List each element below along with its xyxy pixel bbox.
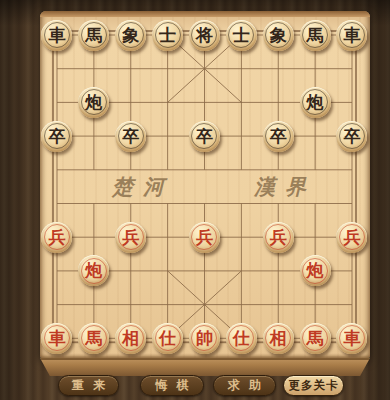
piece-red-elephant[interactable]: 相 <box>115 323 146 354</box>
piece-red-chariot[interactable]: 車 <box>41 323 72 354</box>
piece-glyph: 仕 <box>233 329 250 346</box>
piece-black-soldier[interactable]: 卒 <box>189 121 220 152</box>
piece-glyph: 兵 <box>270 228 287 245</box>
piece-glyph: 士 <box>233 26 250 43</box>
piece-red-elephant[interactable]: 相 <box>263 323 294 354</box>
piece-glyph: 士 <box>159 26 176 43</box>
piece-glyph: 兵 <box>48 228 65 245</box>
piece-black-chariot[interactable]: 車 <box>41 20 72 51</box>
piece-glyph: 車 <box>343 329 360 346</box>
piece-layer: 車馬象士将士象馬車炮炮卒卒卒卒卒兵兵兵兵兵炮炮車馬相仕帥仕相馬車 <box>39 18 371 355</box>
piece-black-cannon[interactable]: 炮 <box>300 87 331 118</box>
help-button-label: 求助 <box>228 377 270 394</box>
board-top-bevel <box>40 11 370 17</box>
piece-glyph: 相 <box>122 329 139 346</box>
piece-glyph: 象 <box>122 26 139 43</box>
piece-glyph: 炮 <box>307 93 324 110</box>
piece-glyph: 車 <box>343 26 360 43</box>
piece-glyph: 炮 <box>307 262 324 279</box>
piece-glyph: 車 <box>48 329 65 346</box>
piece-glyph: 仕 <box>159 329 176 346</box>
piece-glyph: 卒 <box>270 127 287 144</box>
piece-black-soldier[interactable]: 卒 <box>263 121 294 152</box>
piece-glyph: 卒 <box>343 127 360 144</box>
piece-red-cannon[interactable]: 炮 <box>300 255 331 286</box>
more-levels-button[interactable]: 更多关卡 <box>283 375 344 396</box>
piece-glyph: 兵 <box>122 228 139 245</box>
piece-black-soldier[interactable]: 卒 <box>41 121 72 152</box>
piece-glyph: 卒 <box>48 127 65 144</box>
piece-glyph: 馬 <box>85 26 102 43</box>
piece-red-soldier[interactable]: 兵 <box>189 222 220 253</box>
more-levels-button-label: 更多关卡 <box>289 378 339 393</box>
piece-red-chariot[interactable]: 車 <box>336 323 367 354</box>
piece-glyph: 将 <box>196 26 213 43</box>
piece-black-elephant[interactable]: 象 <box>115 20 146 51</box>
piece-glyph: 卒 <box>122 127 139 144</box>
piece-glyph: 象 <box>270 26 287 43</box>
piece-glyph: 相 <box>270 329 287 346</box>
piece-glyph: 馬 <box>307 26 324 43</box>
piece-glyph: 馬 <box>307 329 324 346</box>
piece-red-soldier[interactable]: 兵 <box>336 222 367 253</box>
piece-red-advisor[interactable]: 仕 <box>226 323 257 354</box>
piece-glyph: 炮 <box>85 262 102 279</box>
board-bottom-bevel <box>40 358 370 376</box>
help-button[interactable]: 求助 <box>213 375 276 396</box>
piece-black-chariot[interactable]: 車 <box>336 20 367 51</box>
piece-black-elephant[interactable]: 象 <box>263 20 294 51</box>
piece-red-cannon[interactable]: 炮 <box>78 255 109 286</box>
piece-red-soldier[interactable]: 兵 <box>263 222 294 253</box>
piece-black-advisor[interactable]: 士 <box>152 20 183 51</box>
piece-black-soldier[interactable]: 卒 <box>115 121 146 152</box>
piece-black-general[interactable]: 将 <box>189 20 220 51</box>
piece-red-horse[interactable]: 馬 <box>300 323 331 354</box>
piece-black-cannon[interactable]: 炮 <box>78 87 109 118</box>
piece-glyph: 兵 <box>343 228 360 245</box>
piece-glyph: 兵 <box>196 228 213 245</box>
piece-glyph: 帥 <box>196 329 213 346</box>
undo-button[interactable]: 悔棋 <box>140 375 204 396</box>
piece-black-horse[interactable]: 馬 <box>78 20 109 51</box>
piece-black-advisor[interactable]: 士 <box>226 20 257 51</box>
piece-red-soldier[interactable]: 兵 <box>115 222 146 253</box>
piece-glyph: 馬 <box>85 329 102 346</box>
piece-red-soldier[interactable]: 兵 <box>41 222 72 253</box>
piece-glyph: 車 <box>48 26 65 43</box>
undo-button-label: 悔棋 <box>156 377 198 394</box>
piece-red-advisor[interactable]: 仕 <box>152 323 183 354</box>
piece-black-horse[interactable]: 馬 <box>300 20 331 51</box>
piece-glyph: 卒 <box>196 127 213 144</box>
piece-glyph: 炮 <box>85 93 102 110</box>
piece-black-soldier[interactable]: 卒 <box>336 121 367 152</box>
restart-button[interactable]: 重来 <box>58 375 119 396</box>
restart-button-label: 重来 <box>72 377 114 394</box>
piece-red-general[interactable]: 帥 <box>189 323 220 354</box>
piece-red-horse[interactable]: 馬 <box>78 323 109 354</box>
